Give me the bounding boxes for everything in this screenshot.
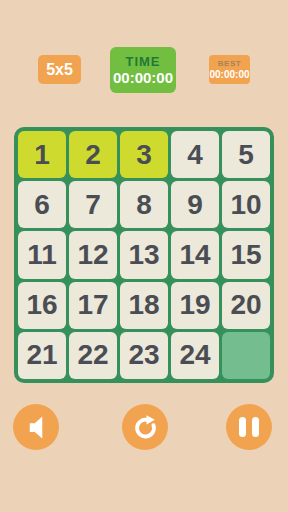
empty-cell <box>222 332 270 379</box>
best-label: BEST <box>218 59 241 69</box>
tile-10[interactable]: 10 <box>222 181 270 228</box>
tile-1[interactable]: 1 <box>18 131 66 178</box>
tile-18[interactable]: 18 <box>120 282 168 329</box>
time-value: 00:00:00 <box>113 69 173 87</box>
tile-23[interactable]: 23 <box>120 332 168 379</box>
best-value: 00:00:00 <box>209 69 249 81</box>
tile-12[interactable]: 12 <box>69 231 117 278</box>
tile-17[interactable]: 17 <box>69 282 117 329</box>
refresh-icon <box>132 414 159 441</box>
game-screen: 5x5 TIME 00:00:00 BEST 00:00:00 12345678… <box>0 0 288 512</box>
tile-4[interactable]: 4 <box>171 131 219 178</box>
tile-6[interactable]: 6 <box>18 181 66 228</box>
restart-button[interactable] <box>122 404 168 450</box>
tile-3[interactable]: 3 <box>120 131 168 178</box>
pause-bar-right <box>252 417 259 437</box>
tile-11[interactable]: 11 <box>18 231 66 278</box>
tile-20[interactable]: 20 <box>222 282 270 329</box>
best-panel: BEST 00:00:00 <box>209 55 250 84</box>
tile-14[interactable]: 14 <box>171 231 219 278</box>
time-panel: TIME 00:00:00 <box>110 47 176 93</box>
tile-21[interactable]: 21 <box>18 332 66 379</box>
pause-button[interactable] <box>226 404 272 450</box>
pause-icon <box>239 417 259 437</box>
tile-15[interactable]: 15 <box>222 231 270 278</box>
tile-7[interactable]: 7 <box>69 181 117 228</box>
speaker-icon <box>25 415 47 440</box>
tile-22[interactable]: 22 <box>69 332 117 379</box>
tile-16[interactable]: 16 <box>18 282 66 329</box>
puzzle-board: 123456789101112131415161718192021222324 <box>14 127 274 383</box>
grid-size-badge[interactable]: 5x5 <box>38 55 81 84</box>
tile-5[interactable]: 5 <box>222 131 270 178</box>
sound-button[interactable] <box>13 404 59 450</box>
tile-24[interactable]: 24 <box>171 332 219 379</box>
tile-19[interactable]: 19 <box>171 282 219 329</box>
pause-bar-left <box>239 417 246 437</box>
tile-2[interactable]: 2 <box>69 131 117 178</box>
tile-8[interactable]: 8 <box>120 181 168 228</box>
tile-13[interactable]: 13 <box>120 231 168 278</box>
tile-9[interactable]: 9 <box>171 181 219 228</box>
time-label: TIME <box>125 54 160 69</box>
